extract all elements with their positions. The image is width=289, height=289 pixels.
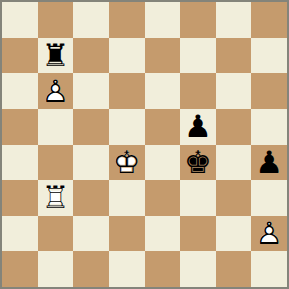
square-h7[interactable] [251,38,287,74]
piece-black-rook-icon: ♜ [38,38,74,74]
square-e2[interactable] [145,216,181,252]
square-d3[interactable] [109,180,145,216]
square-h8[interactable] [251,2,287,38]
square-f4[interactable]: ♚ [180,145,216,181]
square-b3[interactable]: ♜♖ [38,180,74,216]
square-c5[interactable] [73,109,109,145]
square-a7[interactable] [2,38,38,74]
square-e8[interactable] [145,2,181,38]
square-g4[interactable] [216,145,252,181]
square-f8[interactable] [180,2,216,38]
square-b2[interactable] [38,216,74,252]
square-a3[interactable] [2,180,38,216]
square-g3[interactable] [216,180,252,216]
square-e3[interactable] [145,180,181,216]
piece-black-pawn-icon: ♟ [180,109,216,145]
square-h6[interactable] [251,73,287,109]
square-f5[interactable]: ♟ [180,109,216,145]
square-d8[interactable] [109,2,145,38]
square-h1[interactable] [251,251,287,287]
square-b1[interactable] [38,251,74,287]
square-f7[interactable] [180,38,216,74]
square-h2[interactable]: ♟♙ [251,216,287,252]
chess-board: ♜♟♙♟♚♔♚♟♜♖♟♙ [0,0,289,289]
square-c2[interactable] [73,216,109,252]
square-g5[interactable] [216,109,252,145]
square-a5[interactable] [2,109,38,145]
square-a1[interactable] [2,251,38,287]
square-b7[interactable]: ♜ [38,38,74,74]
piece-white-king-icon: ♔ [109,145,145,181]
square-g8[interactable] [216,2,252,38]
square-d5[interactable] [109,109,145,145]
square-h5[interactable] [251,109,287,145]
piece-white-rook-icon: ♖ [38,180,74,216]
square-e4[interactable] [145,145,181,181]
square-e7[interactable] [145,38,181,74]
square-a2[interactable] [2,216,38,252]
square-f6[interactable] [180,73,216,109]
square-d7[interactable] [109,38,145,74]
square-e5[interactable] [145,109,181,145]
square-g7[interactable] [216,38,252,74]
square-a8[interactable] [2,2,38,38]
square-h3[interactable] [251,180,287,216]
square-e1[interactable] [145,251,181,287]
square-g6[interactable] [216,73,252,109]
square-c8[interactable] [73,2,109,38]
square-f1[interactable] [180,251,216,287]
piece-black-king-icon: ♚ [180,145,216,181]
square-g2[interactable] [216,216,252,252]
square-f2[interactable] [180,216,216,252]
square-c7[interactable] [73,38,109,74]
square-a4[interactable] [2,145,38,181]
square-b6[interactable]: ♟♙ [38,73,74,109]
square-d6[interactable] [109,73,145,109]
square-h4[interactable]: ♟ [251,145,287,181]
square-c6[interactable] [73,73,109,109]
square-g1[interactable] [216,251,252,287]
square-b4[interactable] [38,145,74,181]
piece-black-pawn-icon: ♟ [251,145,287,181]
square-d2[interactable] [109,216,145,252]
square-f3[interactable] [180,180,216,216]
piece-white-pawn-icon: ♙ [38,73,74,109]
square-e6[interactable] [145,73,181,109]
square-c3[interactable] [73,180,109,216]
square-d4[interactable]: ♚♔ [109,145,145,181]
square-b5[interactable] [38,109,74,145]
piece-white-pawn-icon: ♙ [251,216,287,252]
square-d1[interactable] [109,251,145,287]
square-a6[interactable] [2,73,38,109]
square-b8[interactable] [38,2,74,38]
square-c1[interactable] [73,251,109,287]
square-c4[interactable] [73,145,109,181]
